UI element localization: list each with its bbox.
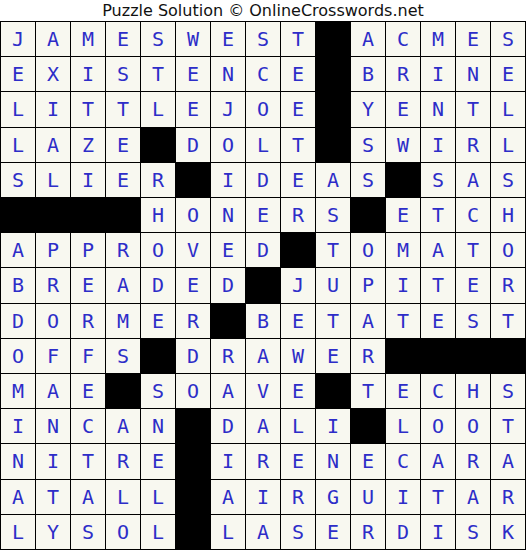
letter-cell[interactable]: S <box>351 163 385 197</box>
letter-cell[interactable]: X <box>36 57 70 91</box>
letter-cell[interactable]: T <box>316 233 350 267</box>
letter-cell[interactable]: T <box>281 22 315 56</box>
letter-cell[interactable]: A <box>71 480 105 514</box>
letter-cell[interactable]: F <box>36 339 70 373</box>
letter-cell[interactable]: C <box>456 198 490 232</box>
letter-cell[interactable]: M <box>106 304 140 338</box>
black-cell <box>316 374 350 408</box>
letter-cell[interactable]: L <box>491 128 525 162</box>
black-cell <box>36 198 70 232</box>
letter-cell[interactable]: N <box>316 444 350 478</box>
letter-cell[interactable]: A <box>246 339 280 373</box>
letter-cell[interactable]: J <box>211 92 245 126</box>
black-cell <box>316 57 350 91</box>
letter-cell[interactable]: I <box>36 444 70 478</box>
black-cell <box>176 163 210 197</box>
letter-cell[interactable]: B <box>246 304 280 338</box>
letter-cell[interactable]: H <box>491 198 525 232</box>
letter-cell[interactable]: A <box>1 480 35 514</box>
letter-cell[interactable]: O <box>176 374 210 408</box>
crossword-grid: JAMESWESTACMESEXISTENCEBRINELITTLEJOEYEN… <box>0 21 526 550</box>
letter-cell[interactable]: T <box>281 128 315 162</box>
page-title: Puzzle Solution © OnlineCrosswords.net <box>0 0 526 21</box>
letter-cell[interactable]: E <box>176 268 210 302</box>
letter-cell[interactable]: D <box>141 268 175 302</box>
black-cell <box>421 339 455 373</box>
letter-cell[interactable]: P <box>351 268 385 302</box>
letter-cell[interactable]: T <box>141 57 175 91</box>
letter-cell[interactable]: T <box>456 233 490 267</box>
letter-cell[interactable]: S <box>351 128 385 162</box>
letter-cell[interactable]: R <box>246 444 280 478</box>
puzzle-page: Puzzle Solution © OnlineCrosswords.net J… <box>0 0 526 551</box>
letter-cell[interactable]: M <box>421 22 455 56</box>
letter-cell[interactable]: C <box>246 57 280 91</box>
letter-cell[interactable]: O <box>351 233 385 267</box>
letter-cell[interactable]: O <box>421 409 455 443</box>
letter-cell[interactable]: D <box>1 304 35 338</box>
letter-cell[interactable]: A <box>36 128 70 162</box>
letter-cell[interactable]: L <box>141 515 175 549</box>
letter-cell[interactable]: R <box>106 233 140 267</box>
letter-cell[interactable]: T <box>71 444 105 478</box>
letter-cell[interactable]: J <box>281 268 315 302</box>
letter-cell[interactable]: H <box>141 198 175 232</box>
letter-cell[interactable]: G <box>316 480 350 514</box>
letter-cell[interactable]: E <box>386 92 420 126</box>
black-cell <box>386 163 420 197</box>
letter-cell[interactable]: S <box>491 22 525 56</box>
letter-cell[interactable]: T <box>421 268 455 302</box>
letter-cell[interactable]: A <box>246 409 280 443</box>
letter-cell[interactable]: N <box>36 409 70 443</box>
letter-cell[interactable]: L <box>246 128 280 162</box>
letter-cell[interactable]: E <box>386 198 420 232</box>
letter-cell[interactable]: S <box>106 339 140 373</box>
letter-cell[interactable]: E <box>281 57 315 91</box>
letter-cell[interactable]: R <box>456 128 490 162</box>
letter-cell[interactable]: O <box>106 515 140 549</box>
letter-cell[interactable]: N <box>421 92 455 126</box>
letter-cell[interactable]: E <box>456 268 490 302</box>
letter-cell[interactable]: U <box>351 480 385 514</box>
letter-cell[interactable]: U <box>316 268 350 302</box>
letter-cell[interactable]: A <box>211 374 245 408</box>
black-cell <box>1 198 35 232</box>
letter-cell[interactable]: I <box>246 480 280 514</box>
black-cell <box>176 444 210 478</box>
letter-cell[interactable]: N <box>1 444 35 478</box>
black-cell <box>281 233 315 267</box>
letter-cell[interactable]: T <box>386 304 420 338</box>
letter-cell[interactable]: A <box>421 444 455 478</box>
letter-cell[interactable]: S <box>491 163 525 197</box>
letter-cell[interactable]: L <box>1 515 35 549</box>
letter-cell[interactable]: N <box>211 198 245 232</box>
letter-cell[interactable]: I <box>1 409 35 443</box>
letter-cell[interactable]: E <box>176 57 210 91</box>
letter-cell[interactable]: T <box>456 92 490 126</box>
letter-cell[interactable]: I <box>386 480 420 514</box>
letter-cell[interactable]: S <box>106 57 140 91</box>
black-cell <box>316 22 350 56</box>
letter-cell[interactable]: E <box>71 374 105 408</box>
letter-cell[interactable]: E <box>1 57 35 91</box>
letter-cell[interactable]: L <box>1 128 35 162</box>
letter-cell[interactable]: A <box>316 163 350 197</box>
letter-cell[interactable]: T <box>491 304 525 338</box>
black-cell <box>176 515 210 549</box>
letter-cell[interactable]: L <box>211 515 245 549</box>
letter-cell[interactable]: R <box>176 304 210 338</box>
letter-cell[interactable]: R <box>36 268 70 302</box>
letter-cell[interactable]: E <box>281 304 315 338</box>
letter-cell[interactable]: Y <box>351 92 385 126</box>
letter-cell[interactable]: I <box>71 57 105 91</box>
letter-cell[interactable]: N <box>211 57 245 91</box>
black-cell <box>316 128 350 162</box>
letter-cell[interactable]: Y <box>36 515 70 549</box>
black-cell <box>141 339 175 373</box>
letter-cell[interactable]: T <box>421 480 455 514</box>
letter-cell[interactable]: L <box>491 92 525 126</box>
letter-cell[interactable]: O <box>176 198 210 232</box>
letter-cell[interactable]: D <box>246 233 280 267</box>
letter-cell[interactable]: D <box>246 163 280 197</box>
letter-cell[interactable]: R <box>491 268 525 302</box>
letter-cell[interactable]: C <box>386 22 420 56</box>
letter-cell[interactable]: E <box>176 92 210 126</box>
letter-cell[interactable]: C <box>421 374 455 408</box>
letter-cell[interactable]: R <box>456 444 490 478</box>
letter-cell[interactable]: R <box>281 480 315 514</box>
letter-cell[interactable]: J <box>1 22 35 56</box>
letter-cell[interactable]: R <box>211 339 245 373</box>
letter-cell[interactable]: R <box>106 444 140 478</box>
letter-cell[interactable]: I <box>316 409 350 443</box>
letter-cell[interactable]: S <box>421 163 455 197</box>
letter-cell[interactable]: S <box>246 22 280 56</box>
letter-cell[interactable]: A <box>36 374 70 408</box>
letter-cell[interactable]: B <box>351 57 385 91</box>
letter-cell[interactable]: E <box>106 163 140 197</box>
letter-cell[interactable]: E <box>106 22 140 56</box>
letter-cell[interactable]: E <box>491 57 525 91</box>
letter-cell[interactable]: L <box>141 480 175 514</box>
letter-cell[interactable]: L <box>1 92 35 126</box>
letter-cell[interactable]: A <box>106 268 140 302</box>
letter-cell[interactable]: K <box>491 515 525 549</box>
letter-cell[interactable]: E <box>281 92 315 126</box>
letter-cell[interactable]: E <box>141 444 175 478</box>
letter-cell[interactable]: A <box>491 444 525 478</box>
letter-cell[interactable]: I <box>421 515 455 549</box>
letter-cell[interactable]: E <box>211 233 245 267</box>
letter-cell[interactable]: I <box>211 444 245 478</box>
letter-cell[interactable]: L <box>106 480 140 514</box>
black-cell <box>351 409 385 443</box>
letter-cell[interactable]: M <box>1 374 35 408</box>
letter-cell[interactable]: A <box>456 163 490 197</box>
letter-cell[interactable]: C <box>71 409 105 443</box>
letter-cell[interactable]: Z <box>71 128 105 162</box>
letter-cell[interactable]: E <box>316 339 350 373</box>
black-cell <box>106 374 140 408</box>
letter-cell[interactable]: E <box>211 22 245 56</box>
letter-cell[interactable]: T <box>421 198 455 232</box>
letter-cell[interactable]: S <box>491 374 525 408</box>
letter-cell[interactable]: E <box>106 128 140 162</box>
letter-cell[interactable]: A <box>351 304 385 338</box>
letter-cell[interactable]: R <box>141 163 175 197</box>
letter-cell[interactable]: O <box>36 304 70 338</box>
letter-cell[interactable]: W <box>176 22 210 56</box>
letter-cell[interactable]: A <box>36 22 70 56</box>
letter-cell[interactable]: L <box>36 163 70 197</box>
letter-cell[interactable]: S <box>71 515 105 549</box>
letter-cell[interactable]: V <box>176 233 210 267</box>
black-cell <box>386 339 420 373</box>
letter-cell[interactable]: A <box>1 233 35 267</box>
letter-cell[interactable]: M <box>386 233 420 267</box>
letter-cell[interactable]: N <box>141 409 175 443</box>
letter-cell[interactable]: H <box>456 374 490 408</box>
letter-cell[interactable]: M <box>71 22 105 56</box>
letter-cell[interactable]: E <box>246 198 280 232</box>
letter-cell[interactable]: R <box>351 339 385 373</box>
letter-cell[interactable]: S <box>316 198 350 232</box>
letter-cell[interactable]: D <box>211 409 245 443</box>
black-cell <box>491 339 525 373</box>
letter-cell[interactable]: A <box>246 515 280 549</box>
letter-cell[interactable]: S <box>281 515 315 549</box>
letter-cell[interactable]: T <box>36 480 70 514</box>
letter-cell[interactable]: N <box>456 57 490 91</box>
letter-cell[interactable]: D <box>211 268 245 302</box>
black-cell <box>211 304 245 338</box>
letter-cell[interactable]: P <box>36 233 70 267</box>
letter-cell[interactable]: E <box>281 374 315 408</box>
black-cell <box>176 480 210 514</box>
black-cell <box>106 198 140 232</box>
letter-cell[interactable]: E <box>351 444 385 478</box>
letter-cell[interactable]: T <box>351 374 385 408</box>
letter-cell[interactable]: I <box>386 268 420 302</box>
letter-cell[interactable]: O <box>456 409 490 443</box>
letter-cell[interactable]: T <box>316 304 350 338</box>
black-cell <box>351 198 385 232</box>
letter-cell[interactable]: I <box>421 128 455 162</box>
letter-cell[interactable]: I <box>71 163 105 197</box>
letter-cell[interactable]: R <box>351 515 385 549</box>
letter-cell[interactable]: F <box>71 339 105 373</box>
letter-cell[interactable]: E <box>386 374 420 408</box>
letter-cell[interactable]: I <box>211 163 245 197</box>
letter-cell[interactable]: E <box>281 444 315 478</box>
letter-cell[interactable]: P <box>71 233 105 267</box>
letter-cell[interactable]: O <box>211 128 245 162</box>
letter-cell[interactable]: O <box>1 339 35 373</box>
letter-cell[interactable]: E <box>316 515 350 549</box>
letter-cell[interactable]: S <box>456 515 490 549</box>
black-cell <box>71 198 105 232</box>
letter-cell[interactable]: W <box>281 339 315 373</box>
letter-cell[interactable]: E <box>456 22 490 56</box>
letter-cell[interactable]: E <box>421 304 455 338</box>
letter-cell[interactable]: E <box>71 268 105 302</box>
letter-cell[interactable]: I <box>421 57 455 91</box>
letter-cell[interactable]: S <box>141 22 175 56</box>
letter-cell[interactable]: C <box>386 444 420 478</box>
letter-cell[interactable]: E <box>141 304 175 338</box>
black-cell <box>176 409 210 443</box>
letter-cell[interactable]: R <box>281 198 315 232</box>
letter-cell[interactable]: O <box>246 92 280 126</box>
letter-cell[interactable]: B <box>1 268 35 302</box>
black-cell <box>246 268 280 302</box>
letter-cell[interactable]: L <box>281 409 315 443</box>
letter-cell[interactable]: D <box>386 515 420 549</box>
letter-cell[interactable]: A <box>421 233 455 267</box>
letter-cell[interactable]: T <box>106 92 140 126</box>
letter-cell[interactable]: L <box>386 409 420 443</box>
letter-cell[interactable]: W <box>386 128 420 162</box>
letter-cell[interactable]: O <box>141 233 175 267</box>
letter-cell[interactable]: A <box>106 409 140 443</box>
letter-cell[interactable]: E <box>281 163 315 197</box>
letter-cell[interactable]: I <box>36 92 70 126</box>
letter-cell[interactable]: S <box>1 163 35 197</box>
letter-cell[interactable]: T <box>491 409 525 443</box>
black-cell <box>141 128 175 162</box>
letter-cell[interactable]: A <box>456 480 490 514</box>
black-cell <box>316 92 350 126</box>
letter-cell[interactable]: S <box>141 374 175 408</box>
letter-cell[interactable]: O <box>491 233 525 267</box>
letter-cell[interactable]: D <box>176 339 210 373</box>
letter-cell[interactable]: D <box>176 128 210 162</box>
letter-cell[interactable]: T <box>71 92 105 126</box>
letter-cell[interactable]: R <box>386 57 420 91</box>
black-cell <box>456 339 490 373</box>
letter-cell[interactable]: A <box>211 480 245 514</box>
letter-cell[interactable]: L <box>141 92 175 126</box>
letter-cell[interactable]: S <box>456 304 490 338</box>
letter-cell[interactable]: R <box>71 304 105 338</box>
letter-cell[interactable]: R <box>491 480 525 514</box>
letter-cell[interactable]: A <box>351 22 385 56</box>
letter-cell[interactable]: V <box>246 374 280 408</box>
